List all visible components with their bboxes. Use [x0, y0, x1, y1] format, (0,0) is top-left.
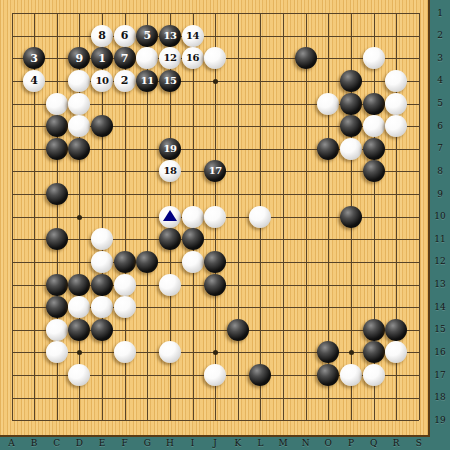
- move-number: 16: [186, 53, 199, 63]
- column-label-k: K: [232, 439, 244, 448]
- go-board[interactable]: 86513143917121641021115191817: [0, 0, 430, 437]
- black-stone-j13: [204, 274, 226, 296]
- black-stone-n3: [295, 47, 317, 69]
- column-label-i: I: [187, 439, 199, 448]
- row-label-12: 12: [430, 257, 450, 266]
- grid-horizontal-line: [12, 420, 419, 421]
- white-stone-d14: [68, 296, 90, 318]
- row-label-5: 5: [430, 99, 450, 108]
- black-stone-c13: [46, 274, 68, 296]
- move-number: 14: [186, 31, 199, 41]
- move-number: 9: [76, 53, 84, 64]
- white-stone-d17: [68, 364, 90, 386]
- column-label-e: E: [96, 439, 108, 448]
- star-point-j16: [213, 350, 218, 355]
- black-stone-c6: [46, 115, 68, 137]
- white-stone-j10: [204, 206, 226, 228]
- black-stone-j12: [204, 251, 226, 273]
- white-stone-e12: [91, 251, 113, 273]
- star-point-p16: [349, 350, 354, 355]
- move-number: 12: [163, 53, 176, 63]
- white-stone-r4: [385, 70, 407, 92]
- white-stone-f4: 2: [114, 70, 136, 92]
- white-stone-h16: [159, 341, 181, 363]
- white-stone-e11: [91, 228, 113, 250]
- star-point-d16: [77, 350, 82, 355]
- black-stone-p6: [340, 115, 362, 137]
- white-stone-f13: [114, 274, 136, 296]
- row-label-11: 11: [430, 235, 450, 244]
- move-number: 15: [163, 76, 176, 86]
- move-number: 7: [121, 53, 129, 64]
- move-number: 2: [121, 75, 129, 86]
- white-stone-o5: [317, 93, 339, 115]
- black-stone-h2: 13: [159, 25, 181, 47]
- black-stone-e3: 1: [91, 47, 113, 69]
- column-label-m: M: [277, 439, 289, 448]
- white-stone-i2: 14: [182, 25, 204, 47]
- column-label-r: R: [390, 439, 402, 448]
- column-label-n: N: [300, 439, 312, 448]
- white-stone-d4: [68, 70, 90, 92]
- row-label-19: 19: [430, 416, 450, 425]
- black-stone-k15: [227, 319, 249, 341]
- black-stone-l17: [249, 364, 271, 386]
- black-stone-b3: 3: [23, 47, 45, 69]
- white-stone-f14: [114, 296, 136, 318]
- row-label-7: 7: [430, 144, 450, 153]
- white-stone-e2: 8: [91, 25, 113, 47]
- black-stone-j8: 17: [204, 160, 226, 182]
- black-stone-q16: [363, 341, 385, 363]
- white-stone-q6: [363, 115, 385, 137]
- black-stone-e15: [91, 319, 113, 341]
- move-number: 6: [121, 30, 129, 41]
- move-number: 4: [30, 75, 38, 86]
- black-stone-g12: [136, 251, 158, 273]
- column-label-b: B: [28, 439, 40, 448]
- white-stone-i3: 16: [182, 47, 204, 69]
- grid-horizontal-line: [12, 398, 419, 399]
- row-labels-strip: 12345678910111213141516171819: [430, 0, 450, 450]
- move-number: 8: [98, 30, 106, 41]
- column-label-p: P: [345, 439, 357, 448]
- move-number: 17: [209, 166, 222, 176]
- white-stone-d5: [68, 93, 90, 115]
- row-label-2: 2: [430, 31, 450, 40]
- white-stone-j17: [204, 364, 226, 386]
- move-number: 18: [163, 166, 176, 176]
- black-stone-o7: [317, 138, 339, 160]
- row-label-18: 18: [430, 393, 450, 402]
- column-labels-strip: ABCDEFGHIJKLMNOPQRS: [0, 437, 450, 450]
- row-label-15: 15: [430, 325, 450, 334]
- white-stone-i12: [182, 251, 204, 273]
- black-stone-i11: [182, 228, 204, 250]
- black-stone-q7: [363, 138, 385, 160]
- black-stone-c7: [46, 138, 68, 160]
- white-stone-r5: [385, 93, 407, 115]
- white-stone-l10: [249, 206, 271, 228]
- column-label-a: A: [6, 439, 18, 448]
- column-label-s: S: [413, 439, 425, 448]
- column-label-h: H: [164, 439, 176, 448]
- column-label-f: F: [119, 439, 131, 448]
- row-label-10: 10: [430, 212, 450, 221]
- row-label-17: 17: [430, 371, 450, 380]
- black-stone-d3: 9: [68, 47, 90, 69]
- row-label-1: 1: [430, 9, 450, 18]
- white-stone-f2: 6: [114, 25, 136, 47]
- black-stone-g2: 5: [136, 25, 158, 47]
- black-stone-o17: [317, 364, 339, 386]
- black-stone-q8: [363, 160, 385, 182]
- white-stone-h3: 12: [159, 47, 181, 69]
- black-stone-r15: [385, 319, 407, 341]
- black-stone-d7: [68, 138, 90, 160]
- move-number: 19: [163, 144, 176, 154]
- black-stone-h4: 15: [159, 70, 181, 92]
- star-point-j4: [213, 79, 218, 84]
- black-stone-d15: [68, 319, 90, 341]
- black-stone-q15: [363, 319, 385, 341]
- white-stone-g3: [136, 47, 158, 69]
- white-stone-e14: [91, 296, 113, 318]
- black-stone-p5: [340, 93, 362, 115]
- black-stone-c9: [46, 183, 68, 205]
- triangle-marker-h10: [163, 210, 177, 221]
- grid-vertical-line: [306, 13, 307, 420]
- white-stone-c16: [46, 341, 68, 363]
- move-number: 13: [163, 31, 176, 41]
- move-number: 3: [30, 53, 38, 64]
- white-stone-c15: [46, 319, 68, 341]
- column-label-q: Q: [368, 439, 380, 448]
- black-stone-q5: [363, 93, 385, 115]
- black-stone-f3: 7: [114, 47, 136, 69]
- go-game-diagram: 86513143917121641021115191817 1234567891…: [0, 0, 450, 450]
- star-point-d10: [77, 215, 82, 220]
- row-label-3: 3: [430, 54, 450, 63]
- column-label-l: L: [254, 439, 266, 448]
- row-label-16: 16: [430, 348, 450, 357]
- white-stone-c5: [46, 93, 68, 115]
- white-stone-h13: [159, 274, 181, 296]
- white-stone-f16: [114, 341, 136, 363]
- row-label-9: 9: [430, 190, 450, 199]
- white-stone-e4: 10: [91, 70, 113, 92]
- white-stone-p17: [340, 364, 362, 386]
- black-stone-d13: [68, 274, 90, 296]
- white-stone-p7: [340, 138, 362, 160]
- white-stone-j3: [204, 47, 226, 69]
- column-label-g: G: [141, 439, 153, 448]
- white-stone-r16: [385, 341, 407, 363]
- row-label-6: 6: [430, 122, 450, 131]
- row-label-13: 13: [430, 280, 450, 289]
- black-stone-c14: [46, 296, 68, 318]
- white-stone-q3: [363, 47, 385, 69]
- grid-horizontal-line: [12, 239, 419, 240]
- black-stone-p4: [340, 70, 362, 92]
- black-stone-e6: [91, 115, 113, 137]
- black-stone-f12: [114, 251, 136, 273]
- black-stone-e13: [91, 274, 113, 296]
- column-label-o: O: [322, 439, 334, 448]
- grid-vertical-line: [283, 13, 284, 420]
- move-number: 5: [143, 30, 151, 41]
- column-label-d: D: [73, 439, 85, 448]
- black-stone-p10: [340, 206, 362, 228]
- move-number: 10: [96, 76, 109, 86]
- white-stone-h8: 18: [159, 160, 181, 182]
- black-stone-g4: 11: [136, 70, 158, 92]
- grid-vertical-line: [238, 13, 239, 420]
- black-stone-h7: 19: [159, 138, 181, 160]
- row-label-4: 4: [430, 76, 450, 85]
- white-stone-i10: [182, 206, 204, 228]
- move-number: 1: [98, 53, 106, 64]
- column-label-j: J: [209, 439, 221, 448]
- move-number: 11: [141, 76, 154, 86]
- white-stone-q17: [363, 364, 385, 386]
- black-stone-c11: [46, 228, 68, 250]
- grid-vertical-line: [419, 13, 420, 420]
- column-label-c: C: [51, 439, 63, 448]
- white-stone-r6: [385, 115, 407, 137]
- row-label-14: 14: [430, 303, 450, 312]
- black-stone-o16: [317, 341, 339, 363]
- row-label-8: 8: [430, 167, 450, 176]
- white-stone-d6: [68, 115, 90, 137]
- white-stone-b4: 4: [23, 70, 45, 92]
- black-stone-h11: [159, 228, 181, 250]
